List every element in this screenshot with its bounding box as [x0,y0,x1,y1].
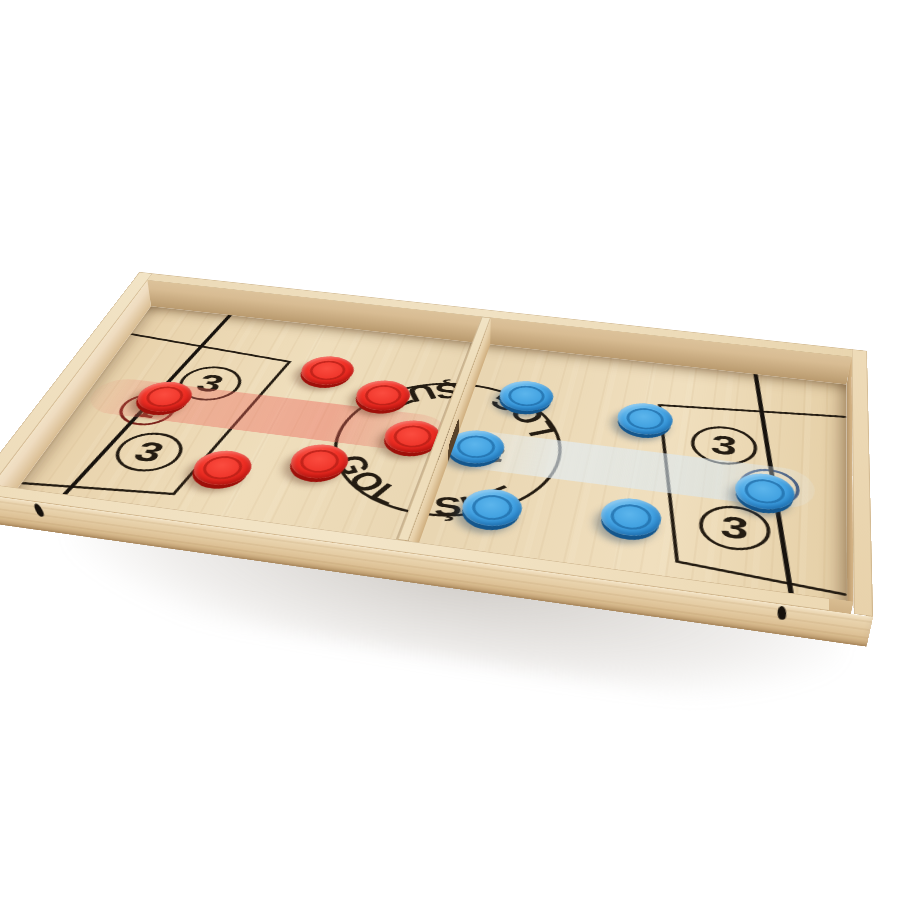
red-puck[interactable] [130,379,200,414]
blue-puck[interactable] [457,486,526,529]
perspective-scene: 3 3 1 3 3 1 ŞUT GOL ve [0,0,900,900]
right-cord-anchor-knot [777,606,786,620]
right-rail-top-edge [852,349,874,617]
blue-puck[interactable] [615,401,675,438]
product-photo-stage: 3 3 1 3 3 1 ŞUT GOL ve [0,0,900,900]
red-puck[interactable] [295,354,360,388]
red-puck[interactable] [186,448,259,489]
left-cord-anchor-knot [32,503,45,516]
blue-puck[interactable] [597,495,663,539]
blue-puck[interactable] [495,379,557,414]
red-puck[interactable] [284,442,355,482]
blue-puck[interactable] [734,471,796,513]
red-puck[interactable] [350,378,415,413]
sling-puck-board: 3 3 1 3 3 1 ŞUT GOL ve [0,306,847,631]
